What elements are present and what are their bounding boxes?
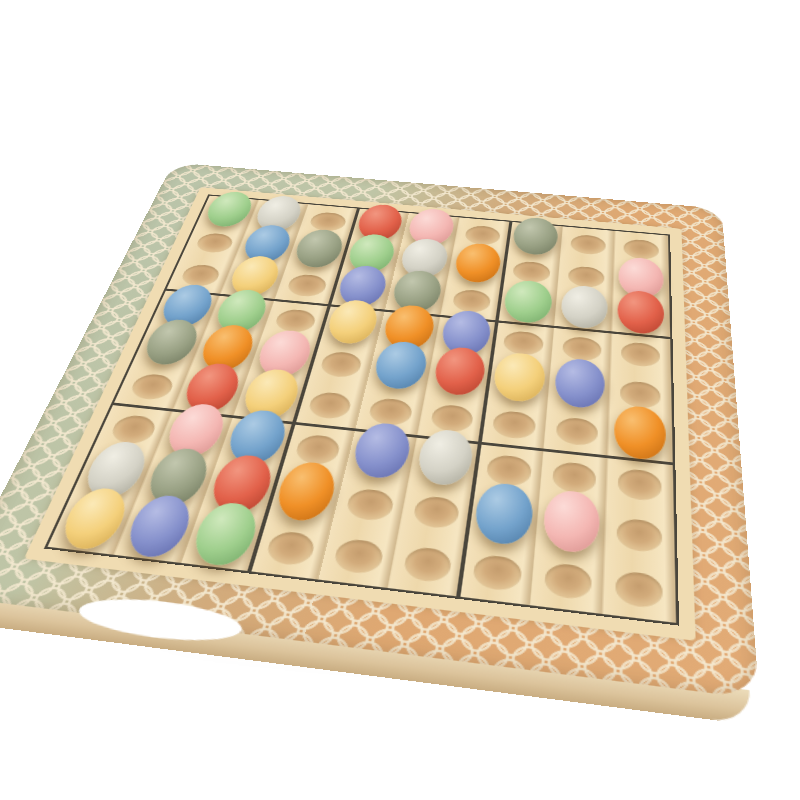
dimple <box>492 410 536 441</box>
dimple <box>486 454 532 487</box>
cell-r9c5[interactable] <box>318 526 398 588</box>
dimple <box>618 468 662 502</box>
cell-r9c8[interactable] <box>530 549 604 614</box>
cell-r2c3[interactable] <box>286 234 349 271</box>
cell-r5c4[interactable] <box>306 342 375 387</box>
dimple <box>345 487 395 522</box>
cell-r1c8[interactable] <box>560 226 615 262</box>
dimple <box>402 546 453 584</box>
dimple <box>551 461 596 494</box>
cell-r4c9[interactable] <box>611 332 671 377</box>
cell-r7c6[interactable] <box>408 437 480 491</box>
dimple <box>621 341 661 368</box>
dimple <box>472 554 522 593</box>
cell-r4c4[interactable] <box>318 305 384 347</box>
cell-r3c8[interactable] <box>554 291 613 332</box>
cell-r9c7[interactable] <box>459 541 535 605</box>
sudoku-board <box>0 162 759 699</box>
dimple <box>178 264 222 287</box>
dimple <box>319 351 364 379</box>
dimple <box>503 330 544 357</box>
dimple <box>306 391 353 421</box>
cell-r7c5[interactable] <box>344 430 417 483</box>
cell-r6c9[interactable] <box>608 412 673 464</box>
sudoku-grid <box>44 194 679 625</box>
product-photo-scene <box>0 0 800 800</box>
cell-r3c7[interactable] <box>497 286 557 327</box>
dimple <box>464 224 502 246</box>
dimple <box>107 414 158 445</box>
cell-r5c6[interactable] <box>426 353 492 399</box>
cell-r3c9[interactable] <box>612 296 670 338</box>
cell-r5c8[interactable] <box>547 365 610 412</box>
dimple <box>286 274 328 298</box>
cell-r8c5[interactable] <box>331 476 408 533</box>
cell-r5c5[interactable] <box>366 348 434 394</box>
dimple <box>617 517 663 554</box>
dimple <box>127 372 176 401</box>
cell-r6c4[interactable] <box>294 381 366 430</box>
cell-r8c7[interactable] <box>466 490 539 549</box>
dimple <box>543 562 592 601</box>
dimple <box>429 403 474 433</box>
cell-r1c7[interactable] <box>507 222 563 258</box>
dimple <box>193 232 235 254</box>
cell-r6c8[interactable] <box>544 406 610 457</box>
cell-r9c6[interactable] <box>388 533 466 596</box>
dimple <box>368 397 414 427</box>
dimple <box>615 570 663 610</box>
dimple <box>274 308 318 333</box>
dimple <box>570 234 606 256</box>
dimple <box>293 434 342 466</box>
cell-r8c9[interactable] <box>604 505 674 565</box>
cell-r8c8[interactable] <box>535 498 606 558</box>
cell-r8c6[interactable] <box>398 483 473 541</box>
cell-r9c4[interactable] <box>249 518 331 580</box>
dimple <box>308 211 347 232</box>
dimple <box>562 336 602 363</box>
dimple <box>624 238 660 260</box>
ball-olive-sage[interactable] <box>512 216 559 257</box>
cell-r2c6[interactable] <box>447 248 506 286</box>
cell-r7c9[interactable] <box>606 457 674 513</box>
dimple <box>555 416 598 447</box>
dimple <box>451 289 491 314</box>
dimple <box>412 495 461 530</box>
cell-r9c9[interactable] <box>603 557 676 623</box>
dimple <box>264 530 317 567</box>
playing-field <box>24 187 696 641</box>
cell-r8c4[interactable] <box>265 469 344 526</box>
cell-r6c7[interactable] <box>480 400 547 450</box>
dimple <box>332 538 384 576</box>
dimple <box>620 380 661 409</box>
cell-r5c7[interactable] <box>486 359 551 406</box>
board-3d-wrap <box>0 162 759 699</box>
